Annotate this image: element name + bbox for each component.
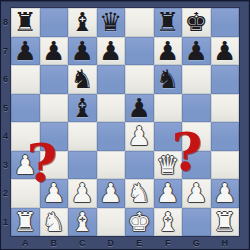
file-label-e: E bbox=[125, 236, 154, 250]
square-b5[interactable] bbox=[40, 94, 69, 123]
square-b8[interactable] bbox=[40, 8, 69, 37]
square-f3[interactable]: ♛ bbox=[154, 151, 183, 180]
piece-white-pawn: ♟ bbox=[14, 151, 37, 180]
square-h1[interactable]: ♜ bbox=[211, 208, 240, 237]
square-d5[interactable] bbox=[97, 94, 126, 123]
piece-white-queen: ♛ bbox=[156, 151, 179, 180]
square-g2[interactable]: ♟ bbox=[182, 179, 211, 208]
piece-black-bishop: ♝ bbox=[71, 8, 94, 37]
piece-black-pawn: ♟ bbox=[156, 37, 179, 66]
square-h7[interactable]: ♟ bbox=[211, 37, 240, 66]
square-g3[interactable] bbox=[182, 151, 211, 180]
square-g6[interactable] bbox=[182, 65, 211, 94]
rank-label-6: 6 bbox=[0, 65, 11, 94]
square-d8[interactable]: ♛ bbox=[97, 8, 126, 37]
file-label-c: C bbox=[68, 236, 97, 250]
square-b4[interactable] bbox=[40, 122, 69, 151]
piece-black-rook: ♜ bbox=[14, 8, 37, 37]
piece-white-pawn: ♟ bbox=[185, 179, 208, 208]
square-a1[interactable]: ♜ bbox=[11, 208, 40, 237]
square-c1[interactable]: ♝ bbox=[68, 208, 97, 237]
square-a5[interactable] bbox=[11, 94, 40, 123]
file-label-b: B bbox=[40, 236, 69, 250]
square-c2[interactable]: ♟ bbox=[68, 179, 97, 208]
square-f2[interactable]: ♟ bbox=[154, 179, 183, 208]
square-f8[interactable]: ♜ bbox=[154, 8, 183, 37]
piece-white-knight: ♞ bbox=[128, 179, 151, 208]
square-e1[interactable]: ♚ bbox=[125, 208, 154, 237]
piece-white-bishop: ♝ bbox=[156, 208, 179, 237]
piece-white-pawn: ♟ bbox=[42, 179, 65, 208]
piece-white-pawn: ♟ bbox=[99, 179, 122, 208]
piece-white-king: ♚ bbox=[128, 208, 151, 237]
rank-label-1: 1 bbox=[0, 208, 11, 237]
square-d4[interactable] bbox=[97, 122, 126, 151]
square-d6[interactable] bbox=[97, 65, 126, 94]
piece-white-pawn: ♟ bbox=[213, 179, 236, 208]
square-g1[interactable] bbox=[182, 208, 211, 237]
file-label-d: D bbox=[97, 236, 126, 250]
rank-label-2: 2 bbox=[0, 179, 11, 208]
square-e4[interactable]: ♟ bbox=[125, 122, 154, 151]
rank-label-8: 8 bbox=[0, 8, 11, 37]
square-f4[interactable] bbox=[154, 122, 183, 151]
rank-label-3: 3 bbox=[0, 151, 11, 180]
square-d7[interactable]: ♟ bbox=[97, 37, 126, 66]
file-labels: ABCDEFGH bbox=[11, 236, 239, 250]
square-g7[interactable]: ♟ bbox=[182, 37, 211, 66]
square-b7[interactable]: ♟ bbox=[40, 37, 69, 66]
square-h4[interactable] bbox=[211, 122, 240, 151]
chess-board-window: 87654321 ♜♝♛♜♚♟♟♟♟♟♟♟♞♞♝♟♟♟♛♟♟♟♞♟♟♟♜♞♝♚♝… bbox=[0, 0, 250, 250]
square-c7[interactable]: ♟ bbox=[68, 37, 97, 66]
square-e2[interactable]: ♞ bbox=[125, 179, 154, 208]
square-c3[interactable] bbox=[68, 151, 97, 180]
piece-white-knight: ♞ bbox=[42, 208, 65, 237]
square-h8[interactable] bbox=[211, 8, 240, 37]
rank-label-7: 7 bbox=[0, 37, 11, 66]
file-label-a: A bbox=[11, 236, 40, 250]
piece-black-pawn: ♟ bbox=[185, 37, 208, 66]
rank-labels: 87654321 bbox=[0, 8, 11, 236]
file-label-f: F bbox=[154, 236, 183, 250]
file-label-g: G bbox=[182, 236, 211, 250]
square-a6[interactable] bbox=[11, 65, 40, 94]
rank-label-5: 5 bbox=[0, 94, 11, 123]
square-e5[interactable]: ♟ bbox=[125, 94, 154, 123]
piece-black-pawn: ♟ bbox=[14, 37, 37, 66]
square-e3[interactable] bbox=[125, 151, 154, 180]
piece-white-bishop: ♝ bbox=[71, 208, 94, 237]
piece-black-knight: ♞ bbox=[156, 65, 179, 94]
piece-white-pawn: ♟ bbox=[128, 122, 151, 151]
square-a8[interactable]: ♜ bbox=[11, 8, 40, 37]
square-g8[interactable]: ♚ bbox=[182, 8, 211, 37]
square-b3[interactable] bbox=[40, 151, 69, 180]
square-e6[interactable] bbox=[125, 65, 154, 94]
square-a7[interactable]: ♟ bbox=[11, 37, 40, 66]
square-d2[interactable]: ♟ bbox=[97, 179, 126, 208]
square-f5[interactable] bbox=[154, 94, 183, 123]
square-d3[interactable] bbox=[97, 151, 126, 180]
piece-white-rook: ♜ bbox=[213, 208, 236, 237]
rank-label-4: 4 bbox=[0, 122, 11, 151]
square-f6[interactable]: ♞ bbox=[154, 65, 183, 94]
square-c5[interactable]: ♝ bbox=[68, 94, 97, 123]
piece-black-pawn: ♟ bbox=[128, 94, 151, 123]
square-h5[interactable] bbox=[211, 94, 240, 123]
square-f1[interactable]: ♝ bbox=[154, 208, 183, 237]
square-a3[interactable]: ♟ bbox=[11, 151, 40, 180]
square-f7[interactable]: ♟ bbox=[154, 37, 183, 66]
square-g4[interactable] bbox=[182, 122, 211, 151]
square-h2[interactable]: ♟ bbox=[211, 179, 240, 208]
square-e7[interactable] bbox=[125, 37, 154, 66]
square-b1[interactable]: ♞ bbox=[40, 208, 69, 237]
piece-white-pawn: ♟ bbox=[71, 179, 94, 208]
piece-black-pawn: ♟ bbox=[42, 37, 65, 66]
piece-black-pawn: ♟ bbox=[99, 37, 122, 66]
square-b2[interactable]: ♟ bbox=[40, 179, 69, 208]
square-h3[interactable] bbox=[211, 151, 240, 180]
square-h6[interactable] bbox=[211, 65, 240, 94]
square-a2[interactable] bbox=[11, 179, 40, 208]
piece-white-pawn: ♟ bbox=[156, 179, 179, 208]
piece-black-knight: ♞ bbox=[71, 65, 94, 94]
piece-black-bishop: ♝ bbox=[71, 94, 94, 123]
piece-black-king: ♚ bbox=[185, 8, 208, 37]
square-d1[interactable] bbox=[97, 208, 126, 237]
piece-white-rook: ♜ bbox=[14, 208, 37, 237]
piece-black-pawn: ♟ bbox=[213, 37, 236, 66]
file-label-h: H bbox=[211, 236, 240, 250]
square-c8[interactable]: ♝ bbox=[68, 8, 97, 37]
square-e8[interactable] bbox=[125, 8, 154, 37]
square-c6[interactable]: ♞ bbox=[68, 65, 97, 94]
piece-black-pawn: ♟ bbox=[71, 37, 94, 66]
square-b6[interactable] bbox=[40, 65, 69, 94]
chess-board: ♜♝♛♜♚♟♟♟♟♟♟♟♞♞♝♟♟♟♛♟♟♟♞♟♟♟♜♞♝♚♝♜ bbox=[11, 8, 239, 236]
square-c4[interactable] bbox=[68, 122, 97, 151]
square-a4[interactable] bbox=[11, 122, 40, 151]
square-g5[interactable] bbox=[182, 94, 211, 123]
piece-black-rook: ♜ bbox=[156, 8, 179, 37]
piece-black-queen: ♛ bbox=[99, 8, 122, 37]
